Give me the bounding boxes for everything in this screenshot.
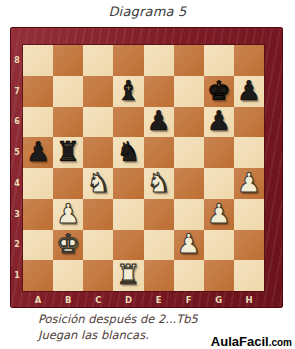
square-b7 [53, 76, 83, 107]
rank-label-5: 5 [11, 137, 23, 168]
square-c3 [83, 199, 113, 230]
square-b2: ♚ [53, 230, 83, 261]
square-g8 [204, 45, 234, 76]
white-pawn-h4: ♟ [237, 169, 261, 196]
square-g3: ♟ [204, 199, 234, 230]
square-e7 [144, 76, 174, 107]
square-b4 [53, 168, 83, 199]
rank-label-4: 4 [11, 168, 23, 199]
square-f2: ♟ [174, 230, 204, 261]
square-a7 [23, 76, 53, 107]
brand-tld: .com [269, 337, 292, 348]
square-f7 [174, 76, 204, 107]
lesson-diagram-page: Diagrama 5 87654321 ♝♚♟♟♟♟♜♞♞♞♟♟♟♚♟♜ ABC… [0, 0, 295, 349]
file-label-d: D [113, 291, 143, 308]
square-h6 [234, 107, 264, 138]
square-h1 [234, 260, 264, 291]
square-c5 [83, 137, 113, 168]
file-label-f: F [174, 291, 204, 308]
aulafacil-logo: AulaFacil.com [211, 332, 292, 349]
black-knight-d5: ♞ [116, 138, 140, 165]
square-d5: ♞ [113, 137, 143, 168]
black-pawn-a5: ♟ [26, 138, 50, 165]
square-h3 [234, 199, 264, 230]
file-label-e: E [144, 291, 174, 308]
position-caption: Posición después de 2...Tb5 Juegan las b… [38, 311, 198, 343]
square-c4: ♞ [83, 168, 113, 199]
square-e3 [144, 199, 174, 230]
square-f4 [174, 168, 204, 199]
square-a5: ♟ [23, 137, 53, 168]
square-e1 [144, 260, 174, 291]
chess-board: ♝♚♟♟♟♟♜♞♞♞♟♟♟♚♟♜ [23, 45, 264, 291]
square-b5: ♜ [53, 137, 83, 168]
square-d2 [113, 230, 143, 261]
square-d7: ♝ [113, 76, 143, 107]
black-rook-b5: ♜ [56, 138, 80, 165]
black-pawn-g6: ♟ [207, 107, 231, 134]
file-label-g: G [204, 291, 234, 308]
square-g1 [204, 260, 234, 291]
white-rook-d1: ♜ [116, 261, 140, 288]
diagram-title: Diagrama 5 [0, 4, 295, 19]
brand-name: AulaFacil [211, 334, 269, 349]
white-pawn-g3: ♟ [207, 200, 231, 227]
black-pawn-e6: ♟ [146, 107, 170, 134]
file-labels: ABCDEFGH [23, 291, 264, 308]
square-h4: ♟ [234, 168, 264, 199]
square-a1 [23, 260, 53, 291]
square-e6: ♟ [144, 107, 174, 138]
rank-labels: 87654321 [11, 45, 23, 291]
square-f5 [174, 137, 204, 168]
rank-label-3: 3 [11, 199, 23, 230]
rank-label-1: 1 [11, 260, 23, 291]
square-a3 [23, 199, 53, 230]
white-pawn-b3: ♟ [56, 200, 80, 227]
square-e8 [144, 45, 174, 76]
file-label-c: C [83, 291, 113, 308]
square-b6 [53, 107, 83, 138]
chess-board-frame: 87654321 ♝♚♟♟♟♟♜♞♞♞♟♟♟♚♟♜ ABCDEFGH [10, 27, 283, 308]
square-h2 [234, 230, 264, 261]
square-g2 [204, 230, 234, 261]
square-g7: ♚ [204, 76, 234, 107]
black-king-g7: ♚ [207, 77, 231, 104]
square-g5 [204, 137, 234, 168]
file-label-a: A [23, 291, 53, 308]
square-b1 [53, 260, 83, 291]
square-b8 [53, 45, 83, 76]
white-knight-c4: ♞ [86, 169, 110, 196]
file-label-b: B [53, 291, 83, 308]
square-e5 [144, 137, 174, 168]
rank-label-7: 7 [11, 76, 23, 107]
square-h5 [234, 137, 264, 168]
black-bishop-d7: ♝ [116, 77, 140, 104]
square-c7 [83, 76, 113, 107]
rank-label-6: 6 [11, 107, 23, 138]
square-d1: ♜ [113, 260, 143, 291]
square-d8 [113, 45, 143, 76]
square-d4 [113, 168, 143, 199]
square-a6 [23, 107, 53, 138]
square-h7: ♟ [234, 76, 264, 107]
square-g6: ♟ [204, 107, 234, 138]
white-knight-e4: ♞ [146, 169, 170, 196]
caption-line-1: Posición después de 2...Tb5 [38, 311, 198, 327]
square-f6 [174, 107, 204, 138]
square-c8 [83, 45, 113, 76]
white-king-b2: ♚ [56, 230, 80, 257]
rank-label-8: 8 [11, 45, 23, 76]
square-a8 [23, 45, 53, 76]
square-d3 [113, 199, 143, 230]
rank-label-2: 2 [11, 230, 23, 261]
square-h8 [234, 45, 264, 76]
square-e2 [144, 230, 174, 261]
square-d6 [113, 107, 143, 138]
caption-line-2: Juegan las blancas. [38, 327, 198, 343]
square-f8 [174, 45, 204, 76]
square-c6 [83, 107, 113, 138]
square-g4 [204, 168, 234, 199]
square-b3: ♟ [53, 199, 83, 230]
square-f1 [174, 260, 204, 291]
file-label-h: H [234, 291, 264, 308]
white-pawn-f2: ♟ [177, 230, 201, 257]
square-c2 [83, 230, 113, 261]
square-a2 [23, 230, 53, 261]
black-pawn-h7: ♟ [237, 77, 261, 104]
square-f3 [174, 199, 204, 230]
square-c1 [83, 260, 113, 291]
square-a4 [23, 168, 53, 199]
square-e4: ♞ [144, 168, 174, 199]
